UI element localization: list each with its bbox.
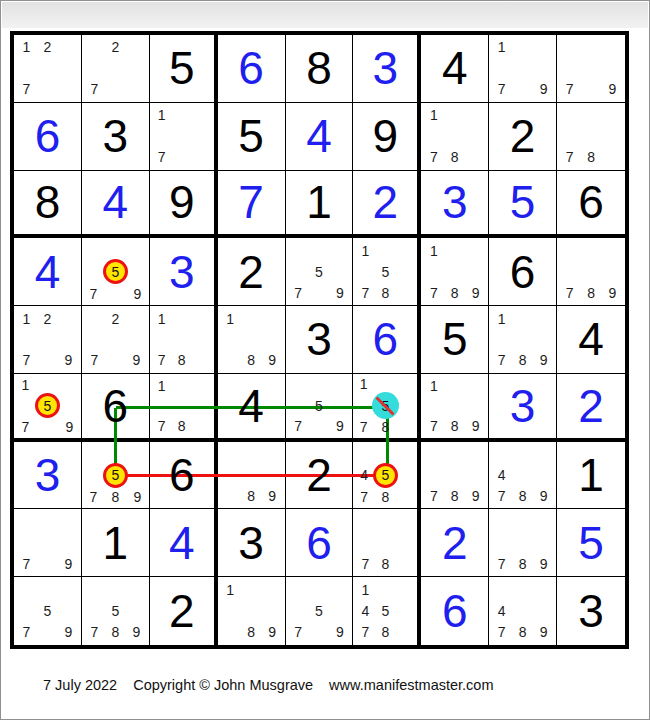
solved-digit: 2	[373, 179, 399, 225]
cell-r4c8[interactable]: 6	[489, 238, 557, 306]
given-digit: 9	[169, 179, 195, 225]
cell-r8c1[interactable]: 79	[14, 509, 82, 577]
pencil-grid: 579	[84, 240, 147, 303]
cell-r1c4[interactable]: 6	[218, 35, 286, 103]
pencil-grid: 5789	[84, 579, 147, 643]
cell-r8c6[interactable]: 78	[353, 509, 421, 577]
pencil-grid: 579	[16, 579, 79, 643]
cell-r9c9[interactable]: 3	[557, 577, 625, 645]
cell-r4c2[interactable]: 579	[82, 238, 150, 306]
footer-copyright: Copyright © John Musgrave	[133, 677, 313, 693]
eliminated-candidate: 5	[372, 392, 399, 419]
pencil-mark: 7	[288, 282, 309, 303]
pencil-mark: 7	[491, 350, 512, 371]
pencil-mark: 8	[241, 486, 262, 507]
pencil-grid: 579	[288, 579, 351, 643]
given-digit: 8	[306, 45, 332, 91]
pencil-mark: 8	[580, 147, 601, 168]
given-digit: 2	[238, 249, 264, 295]
pencil-mark: 1	[152, 308, 172, 329]
pencil-mark: 7	[84, 622, 105, 643]
cell-r5c5[interactable]: 3	[286, 306, 354, 374]
cell-r1c8[interactable]: 179	[489, 35, 557, 103]
cell-r4c5[interactable]: 579	[286, 238, 354, 306]
pencil-mark: 4	[355, 600, 375, 621]
pencil-mark: 1	[152, 105, 172, 126]
pencil-mark: 2	[37, 308, 58, 329]
sudoku-board: 1272756834179796317549178278849712356457…	[10, 31, 629, 649]
cell-r8c8[interactable]: 789	[489, 509, 557, 577]
cell-r7c1[interactable]: 3	[14, 442, 82, 510]
pencil-mark: 9	[533, 553, 554, 574]
pencil-mark: 9	[60, 418, 79, 435]
pencil-mark: 9	[329, 622, 350, 643]
given-digit: 5	[238, 113, 264, 159]
cell-r8c9[interactable]: 5	[557, 509, 625, 577]
cell-r9c1[interactable]: 579	[14, 577, 82, 645]
pencil-mark: 8	[375, 622, 395, 643]
solved-digit: 5	[578, 520, 604, 566]
pencil-mark: 5	[375, 261, 395, 282]
solved-digit: 6	[35, 113, 61, 159]
pencil-grid: 79	[559, 37, 623, 100]
pencil-grid: 1789	[423, 240, 486, 303]
pencil-mark: 8	[372, 419, 399, 435]
pencil-mark: 9	[58, 622, 79, 643]
pencil-mark: 2	[105, 308, 126, 329]
solved-digit: 6	[442, 588, 468, 634]
cell-r6c7[interactable]: 1789	[421, 374, 489, 442]
cell-r8c7[interactable]: 2	[421, 509, 489, 577]
pencil-grid: 27	[84, 37, 147, 100]
pencil-mark: 7	[491, 79, 512, 100]
cell-r1c1[interactable]: 127	[14, 35, 82, 103]
circled-candidate: 5	[103, 259, 128, 284]
pencil-grid: 1578	[355, 376, 415, 436]
circled-candidate: 5	[35, 393, 60, 418]
pencil-grid: 1579	[16, 376, 79, 436]
pencil-mark: 9	[58, 350, 79, 371]
cell-r2c6[interactable]: 9	[353, 103, 421, 171]
cell-r5c9[interactable]: 4	[557, 306, 625, 374]
pencil-mark: 8	[103, 488, 128, 507]
pencil-mark: 7	[423, 147, 444, 168]
given-digit: 8	[35, 179, 61, 225]
pencil-mark: 5	[309, 261, 330, 282]
pencil-mark: 8	[375, 282, 395, 303]
given-digit: 3	[578, 588, 604, 634]
solved-digit: 5	[510, 179, 536, 225]
cell-r3c5[interactable]: 1	[286, 171, 354, 239]
given-digit: 3	[306, 316, 332, 362]
circled-candidate: 5	[103, 463, 128, 488]
cell-r2c7[interactable]: 178	[421, 103, 489, 171]
solved-digit: 3	[373, 45, 399, 91]
pencil-grid: 5789	[84, 444, 147, 507]
given-digit: 1	[578, 452, 604, 498]
pencil-mark: 2	[37, 37, 58, 58]
solved-digit: 4	[103, 179, 129, 225]
cell-r2c3[interactable]: 17	[150, 103, 218, 171]
cell-r5c8[interactable]: 1789	[489, 306, 557, 374]
pencil-grid: 78	[355, 511, 415, 574]
cell-r1c7[interactable]: 4	[421, 35, 489, 103]
given-digit: 4	[578, 316, 604, 362]
solved-digit: 3	[35, 452, 61, 498]
pencil-grid: 189	[220, 308, 283, 371]
pencil-mark: 9	[602, 282, 623, 303]
pencil-grid: 189	[220, 579, 283, 643]
pencil-mark: 1	[491, 308, 512, 329]
pencil-mark: 9	[128, 284, 147, 303]
pencil-mark: 8	[512, 350, 533, 371]
pencil-mark: 7	[16, 79, 37, 100]
pencil-mark: 9	[262, 350, 283, 371]
pencil-mark: 5	[37, 600, 58, 621]
pencil-mark: 7	[16, 622, 37, 643]
pencil-mark: 9	[533, 486, 554, 507]
pencil-mark: 7	[559, 282, 580, 303]
pencil-mark: 1	[423, 376, 444, 396]
circled-candidate: 5	[373, 463, 398, 488]
cell-r9c8[interactable]: 4789	[489, 577, 557, 645]
pencil-mark: 7	[559, 79, 580, 100]
pencil-mark: 4	[355, 463, 372, 488]
cell-r6c4[interactable]: 4	[218, 374, 286, 442]
cell-r1c2[interactable]: 27	[82, 35, 150, 103]
cell-r3c6[interactable]: 2	[353, 171, 421, 239]
pencil-grid: 4578	[355, 444, 415, 507]
pencil-mark: 2	[105, 37, 126, 58]
given-digit: 6	[510, 249, 536, 295]
pencil-mark: 7	[355, 553, 375, 574]
solved-digit: 3	[442, 179, 468, 225]
pencil-mark: 7	[355, 622, 375, 643]
pencil-grid: 17	[152, 105, 212, 168]
pencil-mark: 9	[533, 350, 554, 371]
pencil-mark: 8	[512, 622, 533, 643]
pencil-mark: 7	[16, 418, 35, 435]
cell-r7c4[interactable]: 89	[218, 442, 286, 510]
footer: 7 July 2022 Copyright © John Musgrave ww…	[43, 677, 494, 693]
cell-r1c6[interactable]: 3	[353, 35, 421, 103]
cell-r1c5[interactable]: 8	[286, 35, 354, 103]
cell-r9c4[interactable]: 189	[218, 577, 286, 645]
pencil-mark: 9	[262, 486, 283, 507]
cell-r8c5[interactable]: 6	[286, 509, 354, 577]
pencil-grid: 127	[16, 37, 79, 100]
cell-r7c7[interactable]: 789	[421, 442, 489, 510]
pencil-grid: 789	[559, 240, 623, 303]
pencil-mark: 8	[580, 282, 601, 303]
given-digit: 2	[306, 452, 332, 498]
pencil-grid: 78	[559, 105, 623, 168]
cell-r3c3[interactable]: 9	[150, 171, 218, 239]
cell-r5c2[interactable]: 279	[82, 306, 150, 374]
pencil-mark: 7	[491, 486, 512, 507]
cell-r7c3[interactable]: 6	[150, 442, 218, 510]
given-digit: 1	[306, 179, 332, 225]
pencil-mark: 7	[355, 419, 371, 435]
cell-r6c5[interactable]: 579	[286, 374, 354, 442]
pencil-mark: 7	[16, 553, 37, 574]
solved-digit: 4	[306, 113, 332, 159]
pencil-mark: 7	[355, 282, 375, 303]
pencil-mark: 1	[423, 105, 444, 126]
cell-r9c7[interactable]: 6	[421, 577, 489, 645]
cell-r3c4[interactable]: 7	[218, 171, 286, 239]
pencil-mark: 8	[172, 416, 192, 436]
pencil-grid: 1279	[16, 308, 79, 371]
solved-digit: 3	[169, 249, 195, 295]
solved-digit: 6	[306, 520, 332, 566]
pencil-mark: 9	[465, 282, 486, 303]
given-digit: 6	[103, 383, 129, 429]
pencil-grid: 89	[220, 444, 283, 507]
solved-digit: 4	[35, 249, 61, 295]
pencil-mark: 7	[423, 282, 444, 303]
pencil-mark: 9	[329, 282, 350, 303]
cell-r6c1[interactable]: 1579	[14, 374, 82, 442]
cell-r3c1[interactable]: 8	[14, 171, 82, 239]
pencil-mark: 7	[491, 553, 512, 574]
pencil-mark: 1	[152, 376, 172, 396]
cell-r6c6[interactable]: 1578	[353, 374, 421, 442]
pencil-mark: 8	[241, 622, 262, 643]
pencil-mark: 7	[16, 350, 37, 371]
solved-digit: 2	[442, 520, 468, 566]
given-digit: 2	[510, 113, 536, 159]
cell-r3c9[interactable]: 6	[557, 171, 625, 239]
pencil-mark: 7	[84, 79, 105, 100]
cell-r4c6[interactable]: 1578	[353, 238, 421, 306]
given-digit: 4	[238, 383, 264, 429]
cell-r2c9[interactable]: 78	[557, 103, 625, 171]
pencil-grid: 789	[423, 444, 486, 507]
given-digit: 5	[169, 45, 195, 91]
pencil-mark: 7	[355, 488, 372, 507]
pencil-mark: 1	[355, 376, 371, 392]
cell-r5c1[interactable]: 1279	[14, 306, 82, 374]
pencil-grid: 178	[423, 105, 486, 168]
pencil-mark: 9	[58, 553, 79, 574]
solved-digit: 6	[238, 45, 264, 91]
pencil-grid: 579	[288, 376, 351, 436]
pencil-mark: 7	[84, 284, 103, 303]
pencil-mark: 7	[288, 622, 309, 643]
pencil-mark: 9	[602, 79, 623, 100]
cell-r9c3[interactable]: 2	[150, 577, 218, 645]
cell-r6c2[interactable]: 6	[82, 374, 150, 442]
given-digit: 2	[169, 588, 195, 634]
pencil-grid: 1578	[355, 240, 415, 303]
solved-digit: 4	[169, 520, 195, 566]
cell-r8c3[interactable]: 4	[150, 509, 218, 577]
pencil-mark: 8	[444, 486, 465, 507]
pencil-mark: 9	[128, 488, 147, 507]
footer-url[interactable]: www.manifestmaster.com	[329, 677, 493, 693]
cell-r5c3[interactable]: 178	[150, 306, 218, 374]
pencil-mark: 7	[288, 416, 309, 436]
cell-r6c8[interactable]: 3	[489, 374, 557, 442]
cell-r1c9[interactable]: 79	[557, 35, 625, 103]
pencil-mark: 9	[465, 486, 486, 507]
pencil-mark: 7	[559, 147, 580, 168]
given-digit: 6	[169, 452, 195, 498]
pencil-grid: 178	[152, 308, 212, 371]
cell-r3c2[interactable]: 4	[82, 171, 150, 239]
cell-r4c1[interactable]: 4	[14, 238, 82, 306]
given-digit: 5	[442, 316, 468, 362]
pencil-mark: 8	[444, 282, 465, 303]
solved-digit: 3	[510, 383, 536, 429]
cell-r4c3[interactable]: 3	[150, 238, 218, 306]
pencil-grid: 579	[288, 240, 351, 303]
cell-r2c5[interactable]: 4	[286, 103, 354, 171]
pencil-mark: 9	[533, 622, 554, 643]
pencil-mark: 1	[355, 579, 375, 600]
pencil-grid: 789	[491, 511, 554, 574]
pencil-mark: 7	[152, 350, 172, 371]
pencil-mark: 9	[262, 622, 283, 643]
given-digit: 4	[442, 45, 468, 91]
cell-r3c8[interactable]: 5	[489, 171, 557, 239]
pencil-mark: 9	[126, 350, 147, 371]
pencil-mark: 1	[16, 37, 37, 58]
pencil-grid: 1789	[491, 308, 554, 371]
cell-r9c5[interactable]: 579	[286, 577, 354, 645]
cell-r5c4[interactable]: 189	[218, 306, 286, 374]
pencil-mark: 1	[16, 376, 35, 393]
given-digit: 1	[103, 520, 129, 566]
pencil-mark: 8	[172, 350, 192, 371]
cell-r8c4[interactable]: 3	[218, 509, 286, 577]
cell-r5c7[interactable]: 5	[421, 306, 489, 374]
pencil-mark: 8	[512, 486, 533, 507]
pencil-mark: 1	[220, 579, 241, 600]
pencil-mark: 8	[373, 488, 398, 507]
pencil-mark: 1	[16, 308, 37, 329]
pencil-mark: 9	[465, 416, 486, 436]
given-digit: 3	[103, 113, 129, 159]
window-top-strip	[2, 2, 648, 28]
given-digit: 9	[373, 113, 399, 159]
pencil-mark: 8	[375, 553, 395, 574]
pencil-mark: 9	[126, 622, 147, 643]
pencil-mark: 7	[84, 350, 105, 371]
cell-r7c9[interactable]: 1	[557, 442, 625, 510]
cell-r7c5[interactable]: 2	[286, 442, 354, 510]
cell-r6c9[interactable]: 2	[557, 374, 625, 442]
cell-r2c4[interactable]: 5	[218, 103, 286, 171]
pencil-grid: 279	[84, 308, 147, 371]
cell-r7c2[interactable]: 5789	[82, 442, 150, 510]
cell-r7c8[interactable]: 4789	[489, 442, 557, 510]
cell-r4c9[interactable]: 789	[557, 238, 625, 306]
cell-r5c6[interactable]: 6	[353, 306, 421, 374]
cell-r7c6[interactable]: 4578	[353, 442, 421, 510]
pencil-mark: 7	[491, 622, 512, 643]
pencil-mark: 5	[309, 600, 330, 621]
pencil-grid: 14578	[355, 579, 415, 643]
cell-r3c7[interactable]: 3	[421, 171, 489, 239]
given-digit: 3	[238, 520, 264, 566]
pencil-mark: 8	[512, 553, 533, 574]
pencil-mark: 5	[375, 600, 395, 621]
pencil-mark: 8	[105, 622, 126, 643]
pencil-mark: 7	[84, 488, 103, 507]
pencil-grid: 4789	[491, 579, 554, 643]
pencil-mark: 9	[329, 416, 350, 436]
pencil-mark: 8	[444, 416, 465, 436]
pencil-mark: 7	[152, 416, 172, 436]
cell-r9c6[interactable]: 14578	[353, 577, 421, 645]
given-digit: 6	[578, 179, 604, 225]
pencil-mark: 7	[423, 486, 444, 507]
sudoku-grid: 1272756834179796317549178278849712356457…	[14, 35, 625, 645]
pencil-mark: 1	[355, 240, 375, 261]
pencil-grid: 179	[491, 37, 554, 100]
cell-r2c8[interactable]: 2	[489, 103, 557, 171]
pencil-grid: 4789	[491, 444, 554, 507]
cell-r2c2[interactable]: 3	[82, 103, 150, 171]
footer-date: 7 July 2022	[43, 677, 117, 693]
pencil-mark: 7	[423, 416, 444, 436]
cell-r8c2[interactable]: 1	[82, 509, 150, 577]
cell-r4c7[interactable]: 1789	[421, 238, 489, 306]
solved-digit: 2	[578, 383, 604, 429]
pencil-mark: 4	[491, 465, 512, 486]
cell-r6c3[interactable]: 178	[150, 374, 218, 442]
pencil-grid: 178	[152, 376, 212, 436]
pencil-mark: 5	[105, 600, 126, 621]
solved-digit: 6	[373, 316, 399, 362]
pencil-mark: 8	[241, 350, 262, 371]
pencil-mark: 1	[220, 308, 241, 329]
pencil-mark: 8	[444, 147, 465, 168]
cell-r2c1[interactable]: 6	[14, 103, 82, 171]
pencil-mark: 1	[423, 240, 444, 261]
page-frame: 1272756834179796317549178278849712356457…	[0, 0, 650, 720]
pencil-grid: 1789	[423, 376, 486, 436]
pencil-mark: 1	[491, 37, 512, 58]
cell-r9c2[interactable]: 5789	[82, 577, 150, 645]
solved-digit: 7	[238, 179, 264, 225]
pencil-mark: 9	[533, 79, 554, 100]
pencil-mark: 7	[152, 147, 172, 168]
pencil-mark: 4	[491, 600, 512, 621]
cell-r1c3[interactable]: 5	[150, 35, 218, 103]
pencil-mark: 5	[309, 396, 330, 416]
cell-r4c4[interactable]: 2	[218, 238, 286, 306]
pencil-grid: 79	[16, 511, 79, 574]
